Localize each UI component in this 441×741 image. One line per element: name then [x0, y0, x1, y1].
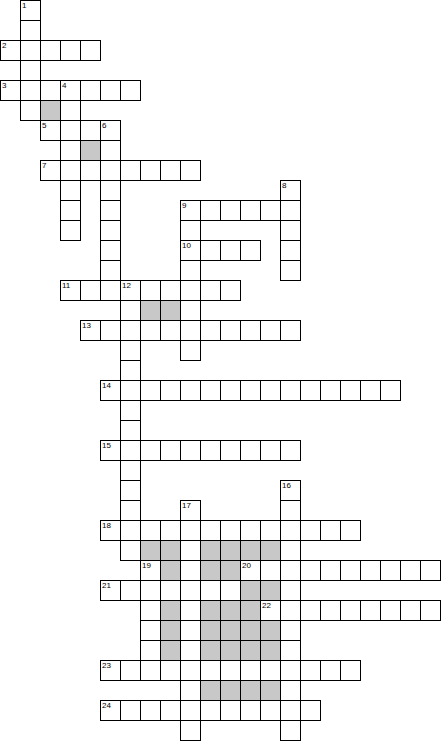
- letter-cell[interactable]: [60, 120, 81, 141]
- blocked-cell: [200, 560, 221, 581]
- letter-cell[interactable]: [240, 380, 261, 401]
- letter-cell[interactable]: [120, 520, 141, 541]
- letter-cell[interactable]: [280, 380, 301, 401]
- blocked-cell: [220, 540, 241, 561]
- letter-cell[interactable]: [280, 540, 301, 561]
- letter-cell[interactable]: [300, 700, 321, 721]
- letter-cell[interactable]: [280, 180, 301, 201]
- blocked-cell: [200, 540, 221, 561]
- blocked-cell: [200, 600, 221, 621]
- letter-cell[interactable]: [200, 280, 221, 301]
- letter-cell[interactable]: [220, 200, 241, 221]
- letter-cell[interactable]: [120, 80, 141, 101]
- letter-cell[interactable]: [180, 320, 201, 341]
- letter-cell[interactable]: [160, 320, 181, 341]
- letter-cell[interactable]: [280, 440, 301, 461]
- letter-cell[interactable]: [180, 620, 201, 641]
- letter-cell[interactable]: [20, 60, 41, 81]
- letter-cell[interactable]: [240, 700, 261, 721]
- blocked-cell: [260, 540, 281, 561]
- letter-cell[interactable]: [80, 280, 101, 301]
- letter-cell[interactable]: [260, 320, 281, 341]
- blocked-cell: [260, 680, 281, 701]
- letter-cell[interactable]: [220, 660, 241, 681]
- letter-cell[interactable]: [280, 720, 301, 741]
- letter-cell[interactable]: [280, 220, 301, 241]
- letter-cell[interactable]: [280, 600, 301, 621]
- letter-cell[interactable]: [280, 320, 301, 341]
- blocked-cell: [160, 540, 181, 561]
- letter-cell[interactable]: [280, 480, 301, 501]
- letter-cell[interactable]: [220, 240, 241, 261]
- letter-cell[interactable]: [180, 660, 201, 681]
- letter-cell[interactable]: [340, 560, 361, 581]
- letter-cell[interactable]: [180, 300, 201, 321]
- letter-cell[interactable]: [80, 320, 101, 341]
- blocked-cell: [160, 620, 181, 641]
- letter-cell[interactable]: [40, 160, 61, 181]
- letter-cell[interactable]: [280, 500, 301, 521]
- letter-cell[interactable]: [280, 700, 301, 721]
- letter-cell[interactable]: [320, 660, 341, 681]
- letter-cell[interactable]: [100, 660, 121, 681]
- letter-cell[interactable]: [200, 520, 221, 541]
- letter-cell[interactable]: [20, 40, 41, 61]
- letter-cell[interactable]: [320, 380, 341, 401]
- letter-cell[interactable]: [120, 500, 141, 521]
- letter-cell[interactable]: [60, 280, 81, 301]
- letter-cell[interactable]: [180, 500, 201, 521]
- letter-cell[interactable]: [180, 220, 201, 241]
- letter-cell[interactable]: [280, 240, 301, 261]
- letter-cell[interactable]: [120, 660, 141, 681]
- letter-cell[interactable]: [140, 580, 161, 601]
- blocked-cell: [200, 640, 221, 661]
- letter-cell[interactable]: [100, 120, 121, 141]
- letter-cell[interactable]: [80, 40, 101, 61]
- letter-cell[interactable]: [40, 40, 61, 61]
- letter-cell[interactable]: [180, 200, 201, 221]
- letter-cell[interactable]: [220, 580, 241, 601]
- letter-cell[interactable]: [240, 240, 261, 261]
- letter-cell[interactable]: [200, 240, 221, 261]
- letter-cell[interactable]: [180, 160, 201, 181]
- letter-cell[interactable]: [140, 380, 161, 401]
- letter-cell[interactable]: [180, 240, 201, 261]
- letter-cell[interactable]: [80, 160, 101, 181]
- blocked-cell: [260, 580, 281, 601]
- letter-cell[interactable]: [140, 660, 161, 681]
- blocked-cell: [240, 540, 261, 561]
- letter-cell[interactable]: [20, 0, 41, 21]
- letter-cell[interactable]: [260, 700, 281, 721]
- blocked-cell: [160, 300, 181, 321]
- letter-cell[interactable]: [100, 440, 121, 461]
- letter-cell[interactable]: [280, 620, 301, 641]
- blocked-cell: [220, 600, 241, 621]
- letter-cell[interactable]: [360, 380, 381, 401]
- letter-cell[interactable]: [180, 260, 201, 281]
- letter-cell[interactable]: [160, 520, 181, 541]
- letter-cell[interactable]: [100, 260, 121, 281]
- letter-cell[interactable]: [100, 140, 121, 161]
- letter-cell[interactable]: [100, 200, 121, 221]
- letter-cell[interactable]: [280, 560, 301, 581]
- letter-cell[interactable]: [280, 640, 301, 661]
- blocked-cell: [140, 300, 161, 321]
- letter-cell[interactable]: [300, 560, 321, 581]
- letter-cell[interactable]: [100, 280, 121, 301]
- letter-cell[interactable]: [120, 440, 141, 461]
- letter-cell[interactable]: [120, 380, 141, 401]
- blocked-cell: [240, 580, 261, 601]
- blocked-cell: [260, 620, 281, 641]
- letter-cell[interactable]: [60, 100, 81, 121]
- letter-cell[interactable]: [160, 580, 181, 601]
- letter-cell[interactable]: [120, 480, 141, 501]
- letter-cell[interactable]: [280, 260, 301, 281]
- letter-cell[interactable]: [180, 540, 201, 561]
- letter-cell[interactable]: [260, 520, 281, 541]
- letter-cell[interactable]: [160, 700, 181, 721]
- letter-cell[interactable]: [0, 40, 21, 61]
- letter-cell[interactable]: [140, 620, 161, 641]
- letter-cell[interactable]: [320, 600, 341, 621]
- letter-cell[interactable]: [260, 660, 281, 681]
- letter-cell[interactable]: [420, 560, 441, 581]
- letter-cell[interactable]: [100, 80, 121, 101]
- letter-cell[interactable]: [60, 40, 81, 61]
- letter-cell[interactable]: [160, 160, 181, 181]
- letter-cell[interactable]: [100, 580, 121, 601]
- letter-cell[interactable]: [240, 200, 261, 221]
- letter-cell[interactable]: [340, 660, 361, 681]
- letter-cell[interactable]: [140, 520, 161, 541]
- letter-cell[interactable]: [260, 440, 281, 461]
- letter-cell[interactable]: [140, 700, 161, 721]
- letter-cell[interactable]: [400, 600, 421, 621]
- letter-cell[interactable]: [400, 560, 421, 581]
- letter-cell[interactable]: [60, 160, 81, 181]
- blocked-cell: [160, 640, 181, 661]
- letter-cell[interactable]: [200, 320, 221, 341]
- letter-cell[interactable]: [140, 160, 161, 181]
- letter-cell[interactable]: [100, 320, 121, 341]
- letter-cell[interactable]: [200, 380, 221, 401]
- letter-cell[interactable]: [140, 320, 161, 341]
- letter-cell[interactable]: [60, 80, 81, 101]
- letter-cell[interactable]: [120, 340, 141, 361]
- letter-cell[interactable]: [100, 700, 121, 721]
- letter-cell[interactable]: [140, 640, 161, 661]
- blocked-cell: [240, 640, 261, 661]
- letter-cell[interactable]: [0, 80, 21, 101]
- letter-cell[interactable]: [120, 300, 141, 321]
- letter-cell[interactable]: [420, 600, 441, 621]
- letter-cell[interactable]: [340, 380, 361, 401]
- letter-cell[interactable]: [280, 200, 301, 221]
- blocked-cell: [220, 640, 241, 661]
- letter-cell[interactable]: [240, 560, 261, 581]
- letter-cell[interactable]: [380, 600, 401, 621]
- letter-cell[interactable]: [220, 280, 241, 301]
- letter-cell[interactable]: [360, 560, 381, 581]
- letter-cell[interactable]: [120, 540, 141, 561]
- letter-cell[interactable]: [200, 580, 221, 601]
- letter-cell[interactable]: [200, 660, 221, 681]
- letter-cell[interactable]: [300, 660, 321, 681]
- letter-cell[interactable]: [380, 560, 401, 581]
- blocked-cell: [80, 140, 101, 161]
- blocked-cell: [200, 680, 221, 701]
- letter-cell[interactable]: [300, 520, 321, 541]
- letter-cell[interactable]: [20, 100, 41, 121]
- letter-cell[interactable]: [80, 120, 101, 141]
- letter-cell[interactable]: [100, 240, 121, 261]
- blocked-cell: [220, 680, 241, 701]
- letter-cell[interactable]: [220, 320, 241, 341]
- letter-cell[interactable]: [60, 200, 81, 221]
- letter-cell[interactable]: [240, 320, 261, 341]
- letter-cell[interactable]: [120, 360, 141, 381]
- blocked-cell: [240, 620, 261, 641]
- blocked-cell: [220, 620, 241, 641]
- letter-cell[interactable]: [300, 600, 321, 621]
- letter-cell[interactable]: [180, 560, 201, 581]
- letter-cell[interactable]: [180, 720, 201, 741]
- letter-cell[interactable]: [120, 160, 141, 181]
- letter-cell[interactable]: [180, 280, 201, 301]
- letter-cell[interactable]: [120, 580, 141, 601]
- letter-cell[interactable]: [60, 180, 81, 201]
- letter-cell[interactable]: [220, 440, 241, 461]
- letter-cell[interactable]: [100, 520, 121, 541]
- letter-cell[interactable]: [220, 700, 241, 721]
- letter-cell[interactable]: [180, 680, 201, 701]
- letter-cell[interactable]: [180, 440, 201, 461]
- blocked-cell: [240, 600, 261, 621]
- letter-cell[interactable]: [180, 640, 201, 661]
- blocked-cell: [200, 620, 221, 641]
- letter-cell[interactable]: [220, 520, 241, 541]
- letter-cell[interactable]: [280, 680, 301, 701]
- letter-cell[interactable]: [20, 80, 41, 101]
- letter-cell[interactable]: [120, 420, 141, 441]
- letter-cell[interactable]: [120, 700, 141, 721]
- letter-cell[interactable]: [320, 520, 341, 541]
- letter-cell[interactable]: [120, 460, 141, 481]
- blocked-cell: [220, 560, 241, 581]
- letter-cell[interactable]: [140, 600, 161, 621]
- letter-cell[interactable]: [320, 560, 341, 581]
- letter-cell[interactable]: [220, 380, 241, 401]
- letter-cell[interactable]: [120, 280, 141, 301]
- letter-cell[interactable]: [240, 520, 261, 541]
- letter-cell[interactable]: [60, 220, 81, 241]
- letter-cell[interactable]: [160, 280, 181, 301]
- letter-cell[interactable]: [260, 380, 281, 401]
- letter-cell[interactable]: [140, 560, 161, 581]
- letter-cell[interactable]: [80, 80, 101, 101]
- letter-cell[interactable]: [280, 660, 301, 681]
- letter-cell[interactable]: [200, 200, 221, 221]
- crossword-grid: 123456789101112131415161718192021222324: [0, 0, 441, 741]
- letter-cell[interactable]: [60, 140, 81, 161]
- letter-cell[interactable]: [120, 400, 141, 421]
- letter-cell[interactable]: [260, 560, 281, 581]
- letter-cell[interactable]: [280, 580, 301, 601]
- letter-cell[interactable]: [140, 440, 161, 461]
- letter-cell[interactable]: [260, 200, 281, 221]
- letter-cell[interactable]: [100, 380, 121, 401]
- letter-cell[interactable]: [180, 520, 201, 541]
- blocked-cell: [40, 100, 61, 121]
- letter-cell[interactable]: [280, 520, 301, 541]
- letter-cell[interactable]: [160, 380, 181, 401]
- letter-cell[interactable]: [100, 180, 121, 201]
- letter-cell[interactable]: [180, 380, 201, 401]
- letter-cell[interactable]: [260, 600, 281, 621]
- letter-cell[interactable]: [180, 580, 201, 601]
- letter-cell[interactable]: [300, 380, 321, 401]
- letter-cell[interactable]: [100, 160, 121, 181]
- letter-cell[interactable]: [40, 80, 61, 101]
- letter-cell[interactable]: [20, 20, 41, 41]
- letter-cell[interactable]: [180, 700, 201, 721]
- blocked-cell: [140, 540, 161, 561]
- letter-cell[interactable]: [180, 600, 201, 621]
- blocked-cell: [160, 560, 181, 581]
- letter-cell[interactable]: [360, 600, 381, 621]
- letter-cell[interactable]: [200, 700, 221, 721]
- letter-cell[interactable]: [100, 220, 121, 241]
- letter-cell[interactable]: [380, 380, 401, 401]
- letter-cell[interactable]: [340, 520, 361, 541]
- letter-cell[interactable]: [140, 280, 161, 301]
- letter-cell[interactable]: [340, 600, 361, 621]
- letter-cell[interactable]: [240, 660, 261, 681]
- blocked-cell: [160, 600, 181, 621]
- letter-cell[interactable]: [180, 340, 201, 361]
- blocked-cell: [260, 640, 281, 661]
- letter-cell[interactable]: [120, 320, 141, 341]
- letter-cell[interactable]: [200, 440, 221, 461]
- letter-cell[interactable]: [160, 440, 181, 461]
- letter-cell[interactable]: [40, 120, 61, 141]
- letter-cell[interactable]: [160, 660, 181, 681]
- blocked-cell: [240, 680, 261, 701]
- letter-cell[interactable]: [240, 440, 261, 461]
